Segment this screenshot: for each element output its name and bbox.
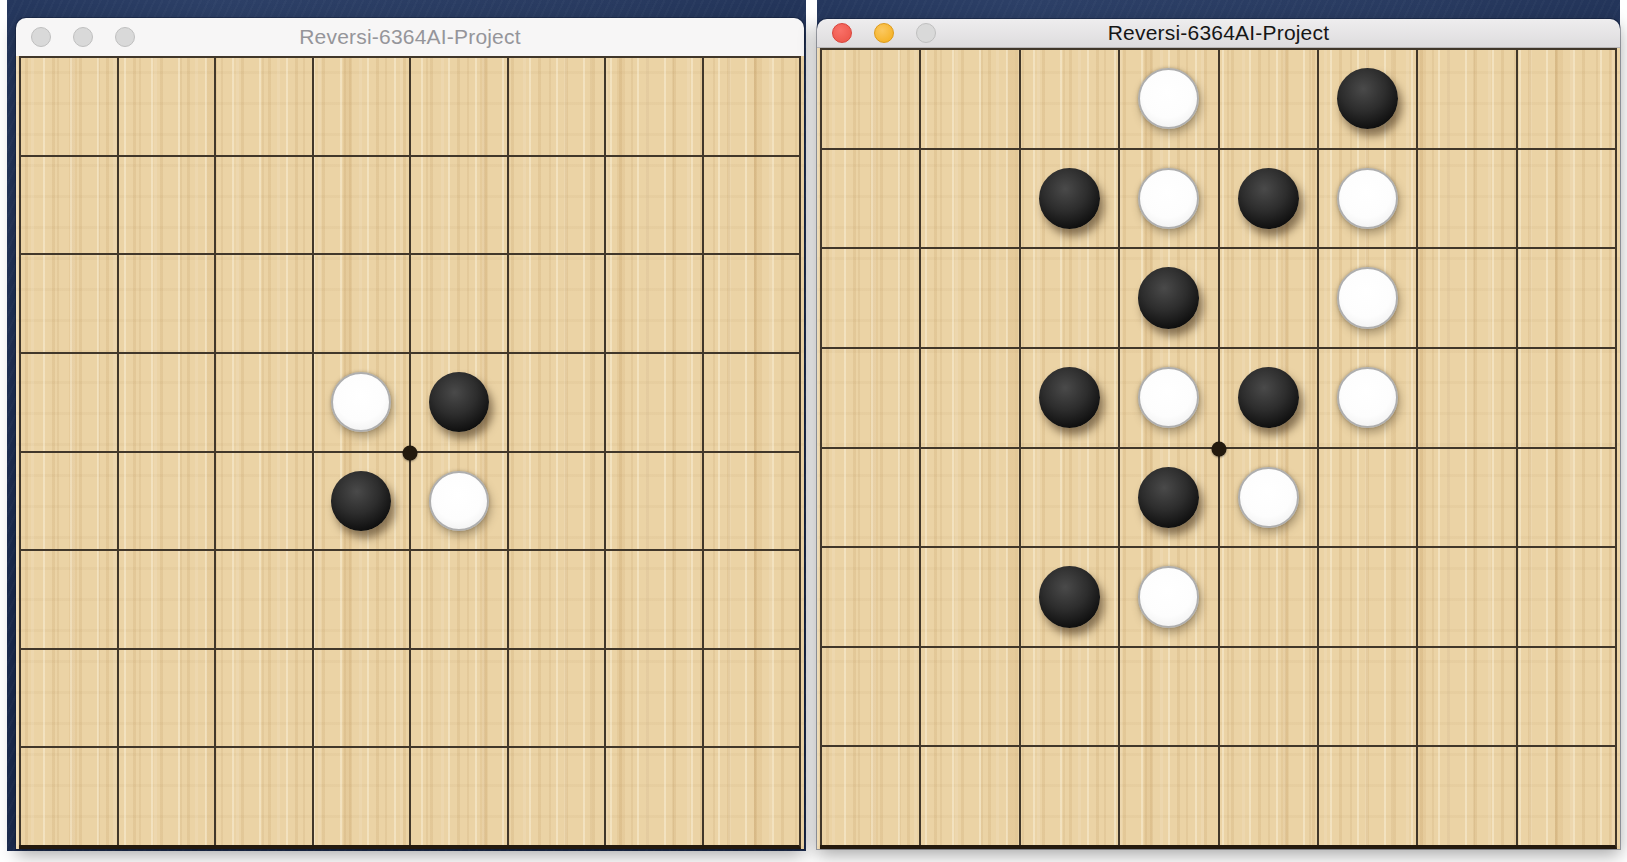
- cell-e5[interactable]: [409, 451, 507, 550]
- titlebar[interactable]: Reversi-6364AI-Project: [817, 19, 1620, 48]
- cell-c7[interactable]: [1019, 646, 1118, 746]
- cell-h5[interactable]: [1516, 447, 1615, 547]
- reversi-window-active: Reversi-6364AI-Project: [817, 19, 1620, 849]
- cell-c6[interactable]: [214, 549, 312, 648]
- cell-b4[interactable]: [117, 352, 215, 451]
- white-disc: [1337, 267, 1398, 328]
- cell-h1[interactable]: [1516, 48, 1615, 148]
- cell-b4[interactable]: [919, 347, 1018, 447]
- cell-f3[interactable]: [1317, 247, 1416, 347]
- cell-d5[interactable]: [312, 451, 410, 550]
- white-disc: [1138, 168, 1199, 229]
- cell-c5[interactable]: [1019, 447, 1118, 547]
- cell-h7[interactable]: [702, 648, 800, 747]
- cell-e6[interactable]: [1218, 546, 1317, 646]
- cell-c1[interactable]: [1019, 48, 1118, 148]
- white-disc: [1138, 367, 1199, 428]
- cell-a3[interactable]: [820, 247, 919, 347]
- cell-e2[interactable]: [1218, 148, 1317, 248]
- cell-a8[interactable]: [19, 746, 117, 845]
- cell-e4[interactable]: [409, 352, 507, 451]
- white-disc: [1337, 367, 1398, 428]
- black-disc: [1039, 168, 1100, 229]
- cell-f2[interactable]: [507, 155, 605, 254]
- cell-b6[interactable]: [919, 546, 1018, 646]
- page: Reversi-6364AI-Project Reversi-6364AI-Pr…: [0, 0, 1627, 862]
- reversi-window-inactive: Reversi-6364AI-Project: [16, 18, 804, 849]
- cell-h4[interactable]: [1516, 347, 1615, 447]
- zoom-button[interactable]: [115, 27, 135, 47]
- cell-e7[interactable]: [1218, 646, 1317, 746]
- cell-h6[interactable]: [702, 549, 800, 648]
- cell-h3[interactable]: [1516, 247, 1615, 347]
- cell-a5[interactable]: [19, 451, 117, 550]
- cell-a1[interactable]: [19, 56, 117, 155]
- cell-f7[interactable]: [1317, 646, 1416, 746]
- cell-d2[interactable]: [312, 155, 410, 254]
- cell-g5[interactable]: [1416, 447, 1515, 547]
- cell-b6[interactable]: [117, 549, 215, 648]
- cell-c3[interactable]: [1019, 247, 1118, 347]
- cell-h7[interactable]: [1516, 646, 1615, 746]
- cell-c4[interactable]: [1019, 347, 1118, 447]
- cell-g8[interactable]: [1416, 745, 1515, 845]
- cell-a7[interactable]: [820, 646, 919, 746]
- cell-d2[interactable]: [1118, 148, 1217, 248]
- cell-g3[interactable]: [604, 253, 702, 352]
- cell-d8[interactable]: [1118, 745, 1217, 845]
- cell-g7[interactable]: [604, 648, 702, 747]
- white-disc: [1238, 467, 1299, 528]
- cell-e1[interactable]: [1218, 48, 1317, 148]
- cell-f4[interactable]: [507, 352, 605, 451]
- cell-d4[interactable]: [1118, 347, 1217, 447]
- cell-b8[interactable]: [919, 745, 1018, 845]
- cell-c6[interactable]: [1019, 546, 1118, 646]
- cell-h4[interactable]: [702, 352, 800, 451]
- cell-g7[interactable]: [1416, 646, 1515, 746]
- cell-d6[interactable]: [312, 549, 410, 648]
- cell-c1[interactable]: [214, 56, 312, 155]
- cell-f6[interactable]: [507, 549, 605, 648]
- cell-e8[interactable]: [1218, 745, 1317, 845]
- cell-a6[interactable]: [19, 549, 117, 648]
- cell-c5[interactable]: [214, 451, 312, 550]
- white-disc: [429, 471, 489, 531]
- titlebar[interactable]: Reversi-6364AI-Project: [16, 18, 804, 56]
- cell-h5[interactable]: [702, 451, 800, 550]
- minimize-button[interactable]: [73, 27, 93, 47]
- cell-d5[interactable]: [1118, 447, 1217, 547]
- cell-e4[interactable]: [1218, 347, 1317, 447]
- white-disc: [1138, 68, 1199, 129]
- cell-b8[interactable]: [117, 746, 215, 845]
- cell-h2[interactable]: [1516, 148, 1615, 248]
- cell-d7[interactable]: [1118, 646, 1217, 746]
- cell-c8[interactable]: [214, 746, 312, 845]
- window-title: Reversi-6364AI-Project: [817, 21, 1620, 45]
- black-disc: [1138, 267, 1199, 328]
- cell-a2[interactable]: [820, 148, 919, 248]
- cell-f5[interactable]: [1317, 447, 1416, 547]
- cell-d1[interactable]: [1118, 48, 1217, 148]
- reversi-board-start: [16, 56, 804, 849]
- cell-e2[interactable]: [409, 155, 507, 254]
- white-disc: [1138, 566, 1199, 627]
- cell-c4[interactable]: [214, 352, 312, 451]
- cell-g8[interactable]: [604, 746, 702, 845]
- cell-h1[interactable]: [702, 56, 800, 155]
- cell-f4[interactable]: [1317, 347, 1416, 447]
- cell-a7[interactable]: [19, 648, 117, 747]
- cell-f6[interactable]: [1317, 546, 1416, 646]
- cell-g4[interactable]: [604, 352, 702, 451]
- cell-b2[interactable]: [919, 148, 1018, 248]
- cell-f7[interactable]: [507, 648, 605, 747]
- cell-e8[interactable]: [409, 746, 507, 845]
- cell-c8[interactable]: [1019, 745, 1118, 845]
- cell-g6[interactable]: [604, 549, 702, 648]
- cell-a4[interactable]: [19, 352, 117, 451]
- black-disc: [1238, 168, 1299, 229]
- cell-e5[interactable]: [1218, 447, 1317, 547]
- cell-b3[interactable]: [117, 253, 215, 352]
- cell-a4[interactable]: [820, 347, 919, 447]
- cell-g1[interactable]: [1416, 48, 1515, 148]
- cell-g5[interactable]: [604, 451, 702, 550]
- traffic-lights: [16, 27, 135, 47]
- cell-h2[interactable]: [702, 155, 800, 254]
- cell-c2[interactable]: [214, 155, 312, 254]
- cell-b1[interactable]: [117, 56, 215, 155]
- black-disc: [1138, 467, 1199, 528]
- center-dot: [403, 445, 418, 460]
- cell-b5[interactable]: [919, 447, 1018, 547]
- cell-h8[interactable]: [1516, 745, 1615, 845]
- cell-h3[interactable]: [702, 253, 800, 352]
- cell-e3[interactable]: [409, 253, 507, 352]
- center-dot: [1211, 441, 1226, 456]
- cell-a6[interactable]: [820, 546, 919, 646]
- cell-d8[interactable]: [312, 746, 410, 845]
- black-disc: [1039, 367, 1100, 428]
- cell-g4[interactable]: [1416, 347, 1515, 447]
- desktop-backdrop-right: Reversi-6364AI-Project: [817, 0, 1620, 849]
- cell-d3[interactable]: [1118, 247, 1217, 347]
- cell-d1[interactable]: [312, 56, 410, 155]
- cell-b5[interactable]: [117, 451, 215, 550]
- cell-f3[interactable]: [507, 253, 605, 352]
- cell-f1[interactable]: [1317, 48, 1416, 148]
- cell-f2[interactable]: [1317, 148, 1416, 248]
- cell-e1[interactable]: [409, 56, 507, 155]
- cell-g6[interactable]: [1416, 546, 1515, 646]
- reversi-board-midgame: [817, 48, 1620, 849]
- cell-g2[interactable]: [604, 155, 702, 254]
- black-disc: [1039, 566, 1100, 627]
- cell-a3[interactable]: [19, 253, 117, 352]
- cell-f5[interactable]: [507, 451, 605, 550]
- black-disc: [1337, 68, 1398, 129]
- minimize-button[interactable]: [874, 23, 894, 43]
- cell-b7[interactable]: [919, 646, 1018, 746]
- cell-e6[interactable]: [409, 549, 507, 648]
- cell-h6[interactable]: [1516, 546, 1615, 646]
- cell-a5[interactable]: [820, 447, 919, 547]
- cell-b7[interactable]: [117, 648, 215, 747]
- cell-b1[interactable]: [919, 48, 1018, 148]
- cell-h8[interactable]: [702, 746, 800, 845]
- cell-e3[interactable]: [1218, 247, 1317, 347]
- black-disc: [331, 471, 391, 531]
- cell-f1[interactable]: [507, 56, 605, 155]
- white-disc: [331, 372, 391, 432]
- close-button[interactable]: [31, 27, 51, 47]
- black-disc: [1238, 367, 1299, 428]
- zoom-button[interactable]: [916, 23, 936, 43]
- cell-c7[interactable]: [214, 648, 312, 747]
- cell-b2[interactable]: [117, 155, 215, 254]
- cell-f8[interactable]: [1317, 745, 1416, 845]
- cell-f8[interactable]: [507, 746, 605, 845]
- cell-c3[interactable]: [214, 253, 312, 352]
- cell-d6[interactable]: [1118, 546, 1217, 646]
- desktop-backdrop-left: Reversi-6364AI-Project: [7, 0, 806, 851]
- cell-a1[interactable]: [820, 48, 919, 148]
- cell-g2[interactable]: [1416, 148, 1515, 248]
- cell-g1[interactable]: [604, 56, 702, 155]
- black-disc: [429, 372, 489, 432]
- cell-d3[interactable]: [312, 253, 410, 352]
- cell-d4[interactable]: [312, 352, 410, 451]
- cell-g3[interactable]: [1416, 247, 1515, 347]
- cell-e7[interactable]: [409, 648, 507, 747]
- cell-c2[interactable]: [1019, 148, 1118, 248]
- cell-a8[interactable]: [820, 745, 919, 845]
- close-button[interactable]: [832, 23, 852, 43]
- white-disc: [1337, 168, 1398, 229]
- cell-d7[interactable]: [312, 648, 410, 747]
- traffic-lights: [817, 23, 936, 43]
- cell-a2[interactable]: [19, 155, 117, 254]
- cell-b3[interactable]: [919, 247, 1018, 347]
